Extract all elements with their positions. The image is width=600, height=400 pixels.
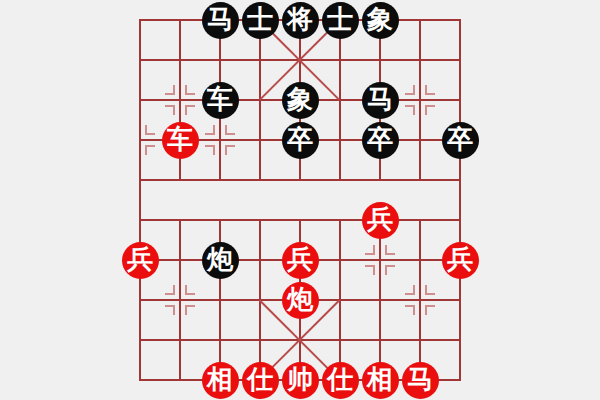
intersection-5-7[interactable] [320,280,360,320]
intersection-4-7[interactable]: 炮 [280,280,320,320]
piece-black-general[interactable]: 将 [282,2,319,39]
piece-red-cannon[interactable]: 炮 [282,282,319,319]
piece-black-soldier[interactable]: 卒 [282,122,319,159]
intersection-7-7[interactable] [400,280,440,320]
intersection-4-0[interactable]: 将 [280,0,320,40]
intersection-6-0[interactable]: 象 [360,0,400,40]
intersection-3-8[interactable] [240,320,280,360]
piece-black-horse[interactable]: 马 [362,82,399,119]
intersection-6-5[interactable]: 兵 [360,200,400,240]
intersection-3-0[interactable]: 士 [240,0,280,40]
intersection-3-4[interactable] [240,160,280,200]
intersection-5-8[interactable] [320,320,360,360]
intersection-5-5[interactable] [320,200,360,240]
intersection-0-7[interactable] [120,280,160,320]
intersection-2-9[interactable]: 相 [200,360,240,400]
intersection-6-1[interactable] [360,40,400,80]
intersection-3-5[interactable] [240,200,280,240]
intersection-3-2[interactable] [240,80,280,120]
piece-red-general[interactable]: 帅 [282,362,319,399]
intersection-5-1[interactable] [320,40,360,80]
intersection-2-4[interactable] [200,160,240,200]
intersection-1-4[interactable] [160,160,200,200]
intersection-3-3[interactable] [240,120,280,160]
piece-red-soldier[interactable]: 兵 [122,242,159,279]
xiangqi-app: 马士将士象车象马车卒卒卒兵兵炮兵兵炮相仕帅仕相马 [0,0,600,400]
piece-black-advisor[interactable]: 士 [322,2,359,39]
piece-red-advisor[interactable]: 仕 [322,362,359,399]
intersection-5-6[interactable] [320,240,360,280]
intersection-3-6[interactable] [240,240,280,280]
piece-red-elephant[interactable]: 相 [202,362,239,399]
intersection-8-1[interactable] [440,40,480,80]
piece-red-advisor[interactable]: 仕 [242,362,279,399]
intersection-6-4[interactable] [360,160,400,200]
intersection-4-8[interactable] [280,320,320,360]
intersection-1-5[interactable] [160,200,200,240]
intersection-0-8[interactable] [120,320,160,360]
intersection-5-2[interactable] [320,80,360,120]
intersection-5-3[interactable] [320,120,360,160]
intersection-7-8[interactable] [400,320,440,360]
intersection-8-9[interactable] [440,360,480,400]
intersection-7-2[interactable] [400,80,440,120]
board-grid[interactable]: 马士将士象车象马车卒卒卒兵兵炮兵兵炮相仕帅仕相马 [120,0,480,400]
intersection-1-0[interactable] [160,0,200,40]
intersection-1-1[interactable] [160,40,200,80]
intersection-6-2[interactable]: 马 [360,80,400,120]
piece-red-chariot[interactable]: 车 [162,122,199,159]
intersection-8-0[interactable] [440,0,480,40]
intersection-1-6[interactable] [160,240,200,280]
intersection-7-3[interactable] [400,120,440,160]
intersection-7-4[interactable] [400,160,440,200]
intersection-6-7[interactable] [360,280,400,320]
intersection-2-6[interactable]: 炮 [200,240,240,280]
piece-red-soldier[interactable]: 兵 [282,242,319,279]
intersection-5-0[interactable]: 士 [320,0,360,40]
intersection-8-7[interactable] [440,280,480,320]
intersection-2-8[interactable] [200,320,240,360]
intersection-8-6[interactable]: 兵 [440,240,480,280]
intersection-0-6[interactable]: 兵 [120,240,160,280]
intersection-4-6[interactable]: 兵 [280,240,320,280]
intersection-4-9[interactable]: 帅 [280,360,320,400]
intersection-2-0[interactable]: 马 [200,0,240,40]
piece-black-soldier[interactable]: 卒 [362,122,399,159]
piece-black-soldier[interactable]: 卒 [442,122,479,159]
intersection-0-2[interactable] [120,80,160,120]
piece-black-advisor[interactable]: 士 [242,2,279,39]
intersection-4-5[interactable] [280,200,320,240]
piece-red-soldier[interactable]: 兵 [362,202,399,239]
intersection-6-9[interactable]: 相 [360,360,400,400]
intersection-2-3[interactable] [200,120,240,160]
intersection-7-0[interactable] [400,0,440,40]
intersection-1-3[interactable]: 车 [160,120,200,160]
intersection-7-9[interactable]: 马 [400,360,440,400]
intersection-2-1[interactable] [200,40,240,80]
intersection-2-5[interactable] [200,200,240,240]
intersection-1-9[interactable] [160,360,200,400]
intersection-7-6[interactable] [400,240,440,280]
piece-red-horse[interactable]: 马 [402,362,439,399]
piece-red-soldier[interactable]: 兵 [442,242,479,279]
intersection-4-1[interactable] [280,40,320,80]
intersection-8-8[interactable] [440,320,480,360]
intersection-4-2[interactable]: 象 [280,80,320,120]
piece-black-cannon[interactable]: 炮 [202,242,239,279]
intersection-5-4[interactable] [320,160,360,200]
intersection-8-5[interactable] [440,200,480,240]
intersection-2-7[interactable] [200,280,240,320]
intersection-6-3[interactable]: 卒 [360,120,400,160]
intersection-0-4[interactable] [120,160,160,200]
intersection-3-1[interactable] [240,40,280,80]
intersection-3-7[interactable] [240,280,280,320]
piece-black-chariot[interactable]: 车 [202,82,239,119]
intersection-8-4[interactable] [440,160,480,200]
intersection-0-0[interactable] [120,0,160,40]
intersection-0-1[interactable] [120,40,160,80]
intersection-5-9[interactable]: 仕 [320,360,360,400]
piece-black-horse[interactable]: 马 [202,2,239,39]
intersection-8-2[interactable] [440,80,480,120]
intersection-6-8[interactable] [360,320,400,360]
piece-black-elephant[interactable]: 象 [282,82,319,119]
intersection-0-5[interactable] [120,200,160,240]
piece-red-elephant[interactable]: 相 [362,362,399,399]
intersection-0-9[interactable] [120,360,160,400]
intersection-7-5[interactable] [400,200,440,240]
intersection-4-4[interactable] [280,160,320,200]
intersection-7-1[interactable] [400,40,440,80]
intersection-4-3[interactable]: 卒 [280,120,320,160]
intersection-0-3[interactable] [120,120,160,160]
intersection-1-7[interactable] [160,280,200,320]
intersection-1-2[interactable] [160,80,200,120]
xiangqi-board: 马士将士象车象马车卒卒卒兵兵炮兵兵炮相仕帅仕相马 [0,0,600,400]
piece-black-elephant[interactable]: 象 [362,2,399,39]
intersection-1-8[interactable] [160,320,200,360]
intersection-3-9[interactable]: 仕 [240,360,280,400]
intersection-8-3[interactable]: 卒 [440,120,480,160]
intersection-6-6[interactable] [360,240,400,280]
intersection-2-2[interactable]: 车 [200,80,240,120]
